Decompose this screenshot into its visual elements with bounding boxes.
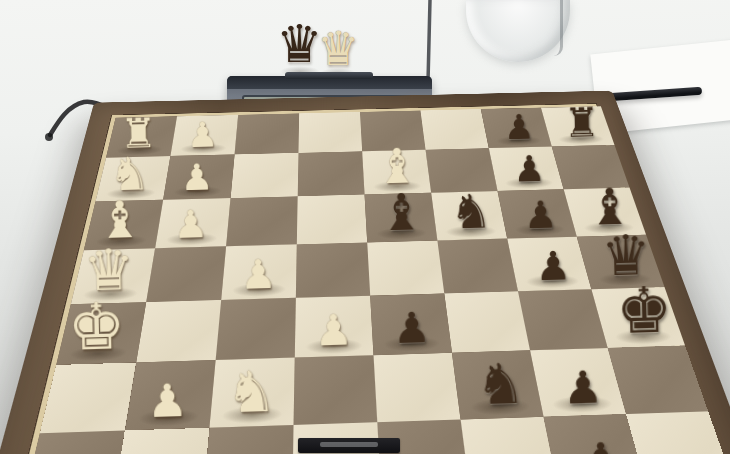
piece-white-pawn-b2[interactable]: ♟ [180,159,213,196]
chessboard-frame: ♜♟♟♜♞♟♝♟♝♟♝♞♟♝♛♟♟♛♚♟♟♚♟♞♞♟♟♟♜♟♟♜ [0,91,730,454]
piece-white-pawn-a2[interactable]: ♟ [187,117,219,152]
square-a2[interactable]: ♟ [170,115,238,156]
piece-white-pawn-f2[interactable]: ♟ [147,377,189,424]
square-f8[interactable] [608,346,708,414]
piece-black-pawn-g7[interactable]: ♟ [579,436,622,454]
piece-black-pawn-d7[interactable]: ♟ [535,246,571,287]
square-c6[interactable]: ♞ [431,191,507,240]
square-a3[interactable] [235,113,300,154]
square-g1[interactable] [21,430,125,454]
square-f1[interactable] [40,362,136,433]
square-d3[interactable]: ♟ [221,244,297,300]
board-squares: ♜♟♟♜♞♟♝♟♝♟♝♞♟♝♛♟♟♛♚♟♟♚♟♞♞♟♟♟♜♟♟♜ [0,104,730,454]
board-logo-plate [298,438,400,453]
square-b2[interactable]: ♟ [163,154,234,199]
square-d5[interactable] [367,240,444,295]
square-c2[interactable]: ♟ [155,198,230,248]
spare-black-queen: ♛ [276,18,323,70]
square-e2[interactable] [136,300,221,363]
square-d6[interactable] [437,239,518,294]
square-f5[interactable] [374,353,461,422]
square-f3[interactable]: ♞ [209,358,294,428]
square-d4[interactable] [296,242,370,297]
square-e1[interactable]: ♚ [56,302,146,365]
square-e6[interactable] [444,291,530,352]
square-e5[interactable]: ♟ [370,293,452,355]
piece-black-knight-c6[interactable]: ♞ [450,188,493,236]
square-g3[interactable] [202,425,293,454]
square-e4[interactable]: ♟ [295,296,374,358]
square-e8[interactable]: ♚ [591,287,685,348]
piece-white-knight-f3[interactable]: ♞ [225,363,277,421]
square-f2[interactable]: ♟ [125,360,216,430]
square-g2[interactable]: ♟ [112,428,209,454]
piece-white-pawn-e4[interactable]: ♟ [314,308,353,351]
square-b3[interactable] [231,153,299,198]
piece-black-king-e8[interactable]: ♚ [615,278,672,343]
power-cable [428,0,430,82]
square-a7[interactable]: ♟ [481,108,552,148]
square-a8[interactable]: ♜ [541,106,615,146]
piece-black-pawn-b7[interactable]: ♟ [513,150,546,187]
piece-white-pawn-d3[interactable]: ♟ [240,254,277,295]
piece-black-knight-f6[interactable]: ♞ [475,356,526,414]
square-c4[interactable] [297,195,367,245]
piece-black-pawn-c7[interactable]: ♟ [523,195,557,234]
square-b7[interactable]: ♟ [489,147,564,192]
square-c5[interactable]: ♝ [365,193,438,243]
square-f6[interactable]: ♞ [452,350,544,419]
piece-black-pawn-a7[interactable]: ♟ [504,110,535,145]
square-b4[interactable] [298,151,365,196]
chessboard-scene: ♜♟♟♜♞♟♝♟♝♟♝♞♟♝♛♟♟♛♚♟♟♚♟♞♞♟♟♟♜♟♟♜ [23,112,707,454]
square-g8[interactable] [626,411,730,454]
water-glass-edge [548,0,563,56]
square-f4[interactable] [294,355,378,425]
square-c3[interactable] [226,196,298,246]
spare-white-queen: ♛ [317,25,359,72]
piece-black-rook-a8[interactable]: ♜ [563,102,599,143]
piece-black-pawn-f7[interactable]: ♟ [563,364,604,410]
square-d2[interactable] [146,246,226,302]
piece-white-king-e1[interactable]: ♚ [67,294,126,360]
square-a4[interactable] [298,112,362,153]
piece-white-pawn-g2[interactable]: ♟ [135,450,180,454]
piece-black-pawn-e5[interactable]: ♟ [392,306,431,349]
piece-black-bishop-c5[interactable]: ♝ [378,187,424,238]
square-a6[interactable] [420,109,488,150]
piece-white-pawn-c2[interactable]: ♟ [173,205,208,244]
square-e3[interactable] [216,298,296,360]
